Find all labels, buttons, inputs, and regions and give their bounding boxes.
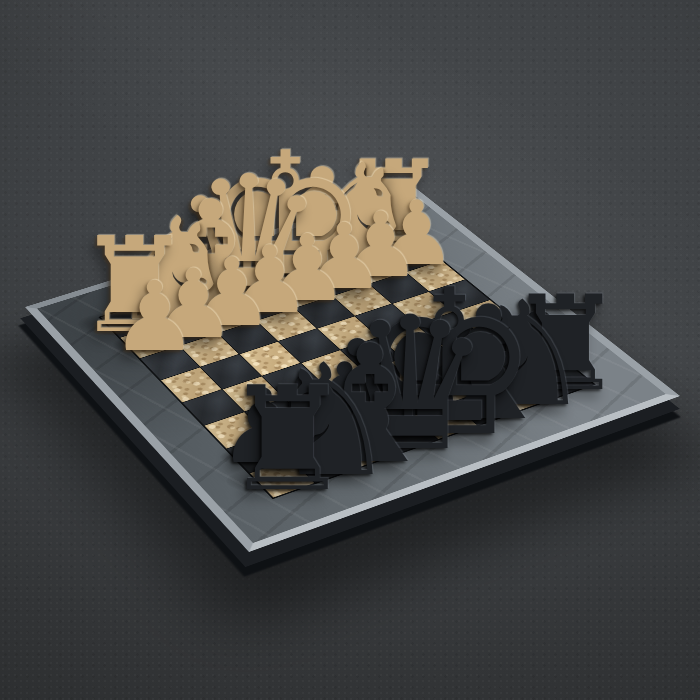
photo-backdrop: ♜♞♟♝♟♚♟♛♟♝♟♞♟♜♟♟♟♟♜♟♞♟♝♟♚♟♛♟♝♟♞♜: [0, 0, 700, 700]
piece-white-pawn[interactable]: ♟: [87, 269, 222, 365]
piece-black-rook[interactable]: ♜: [187, 368, 388, 511]
